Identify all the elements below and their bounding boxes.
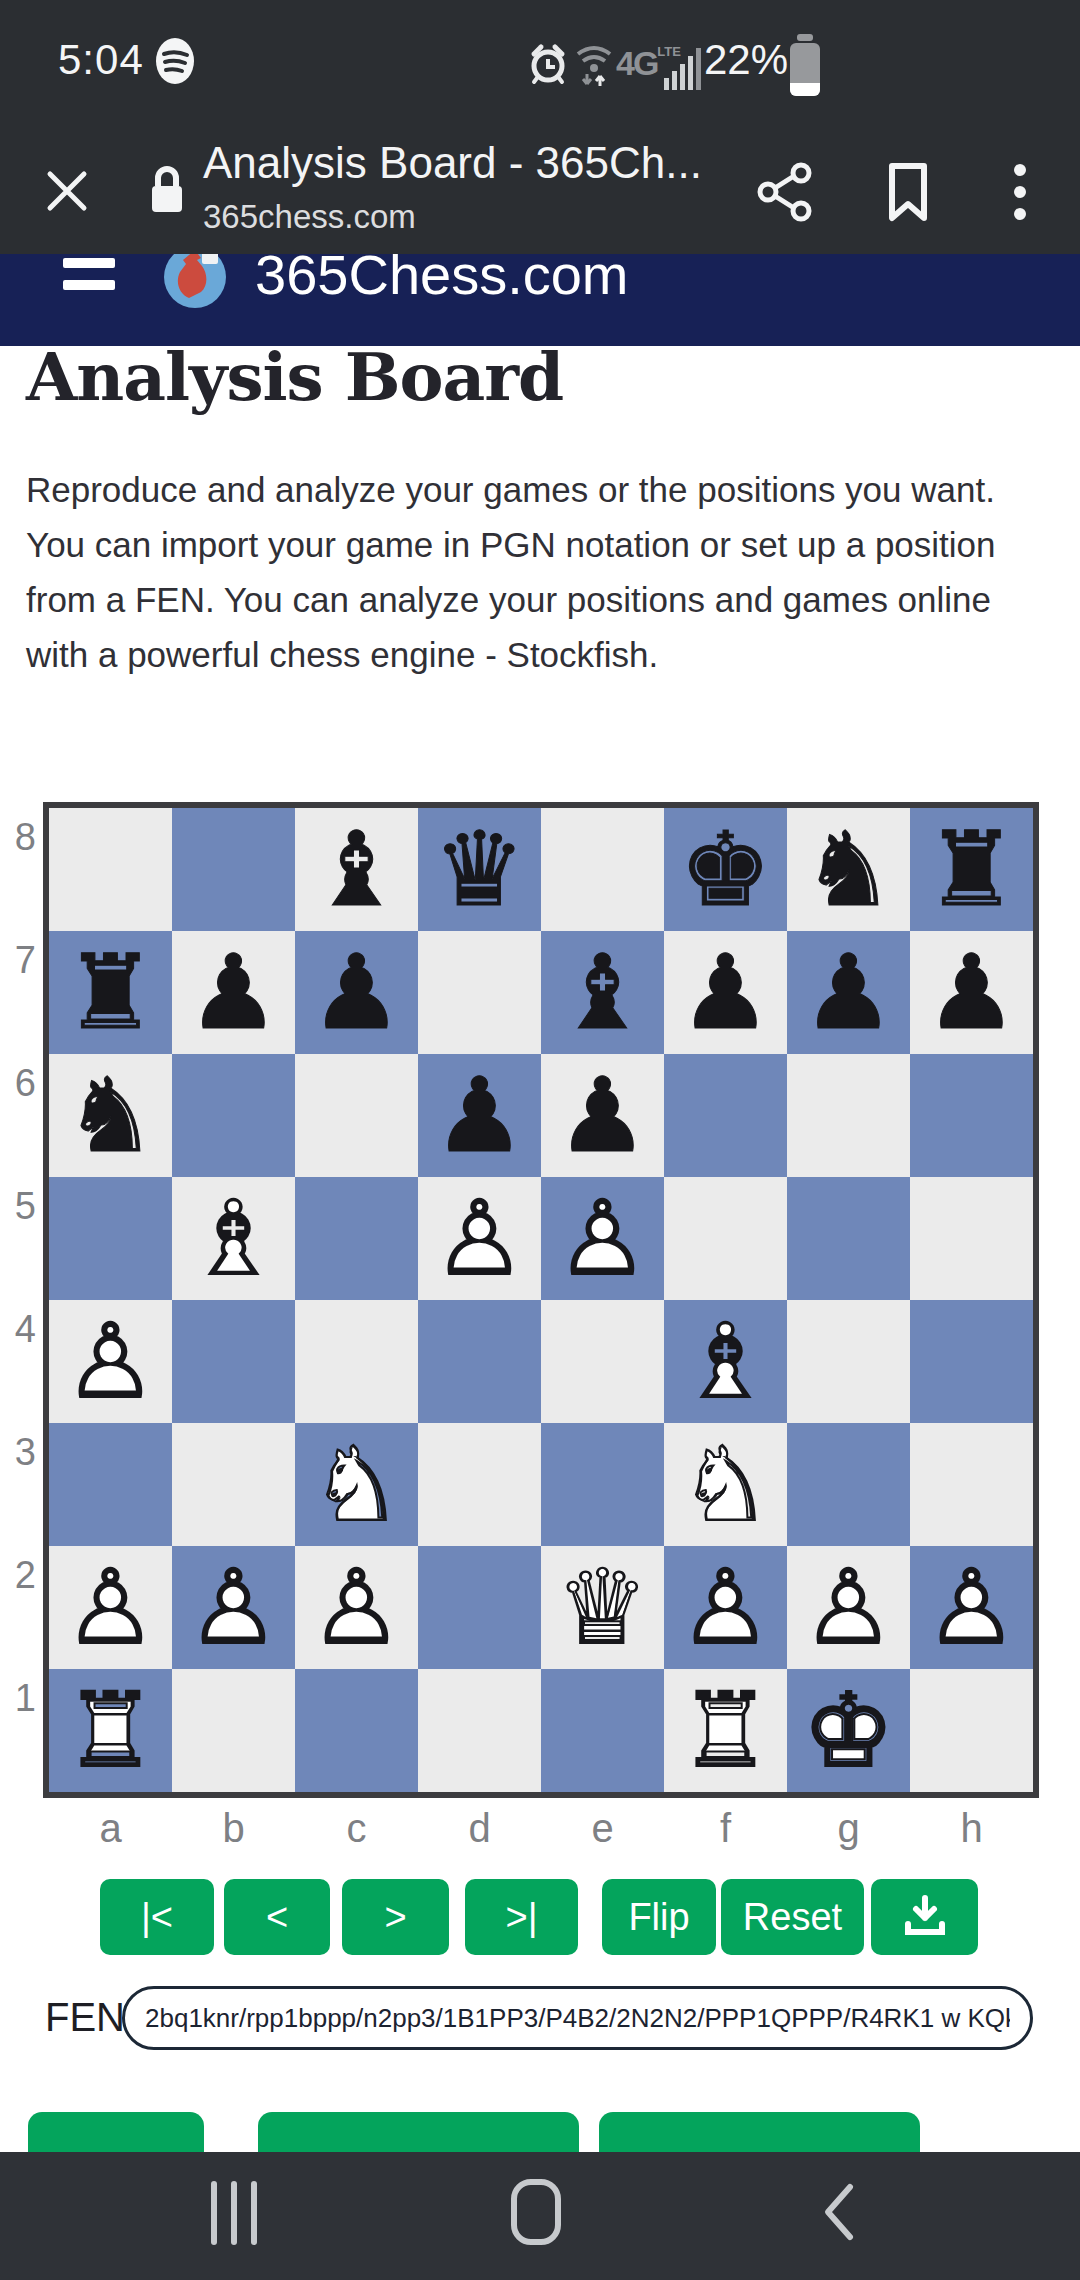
square-f5[interactable] <box>664 1177 787 1300</box>
square-a5[interactable] <box>49 1177 172 1300</box>
alarm-icon <box>528 40 568 86</box>
square-d2[interactable] <box>418 1546 541 1669</box>
square-g3[interactable] <box>787 1423 910 1546</box>
square-b4[interactable] <box>172 1300 295 1423</box>
battery-icon <box>790 34 820 96</box>
site-header: 365Chess.com <box>0 254 1080 346</box>
square-h3[interactable] <box>910 1423 1033 1546</box>
piece-white-knight[interactable]: ♞♘ <box>664 1423 787 1546</box>
rank-label-8: 8 <box>0 808 36 931</box>
piece-black-rook[interactable]: ♜ <box>49 931 172 1054</box>
square-h8[interactable]: ♜ <box>910 808 1033 931</box>
square-c5[interactable] <box>295 1177 418 1300</box>
square-g1[interactable]: ♚♔ <box>787 1669 910 1792</box>
square-f1[interactable]: ♜♖ <box>664 1669 787 1792</box>
rank-label-5: 5 <box>0 1177 36 1300</box>
square-e4[interactable] <box>541 1300 664 1423</box>
square-b6[interactable] <box>172 1054 295 1177</box>
fen-input[interactable] <box>122 1986 1033 2050</box>
square-h7[interactable]: ♟ <box>910 931 1033 1054</box>
square-g6[interactable] <box>787 1054 910 1177</box>
square-c3[interactable]: ♞♘ <box>295 1423 418 1546</box>
piece-black-king[interactable]: ♚ <box>664 808 787 931</box>
browser-toolbar: Analysis Board - 365Ch... 365chess.com <box>0 130 1080 254</box>
square-f3[interactable]: ♞♘ <box>664 1423 787 1546</box>
square-c6[interactable] <box>295 1054 418 1177</box>
square-f7[interactable]: ♟ <box>664 931 787 1054</box>
square-e5[interactable]: ♟♙ <box>541 1177 664 1300</box>
android-nav-bar <box>0 2152 1080 2280</box>
rank-label-1: 1 <box>0 1669 36 1792</box>
home-icon[interactable] <box>511 2179 561 2245</box>
browser-url: 365chess.com <box>203 198 416 236</box>
square-c1[interactable] <box>295 1669 418 1792</box>
square-d7[interactable] <box>418 931 541 1054</box>
square-h5[interactable] <box>910 1177 1033 1300</box>
square-e2[interactable]: ♛♕ <box>541 1546 664 1669</box>
square-e7[interactable]: ♝ <box>541 931 664 1054</box>
square-g8[interactable]: ♞ <box>787 808 910 931</box>
piece-white-knight[interactable]: ♞♘ <box>295 1423 418 1546</box>
square-c7[interactable]: ♟ <box>295 931 418 1054</box>
piece-white-bishop[interactable]: ♝♗ <box>172 1177 295 1300</box>
board-controls: |<<>>|FlipReset <box>100 1879 978 1955</box>
square-f2[interactable]: ♟♙ <box>664 1546 787 1669</box>
spotify-icon <box>152 38 198 84</box>
square-a6[interactable]: ♞ <box>49 1054 172 1177</box>
piece-black-bishop[interactable]: ♝ <box>295 808 418 931</box>
recents-icon[interactable] <box>211 2181 257 2245</box>
overflow-menu-icon[interactable] <box>1005 162 1035 222</box>
piece-black-pawn[interactable]: ♟ <box>541 1054 664 1177</box>
battery-percent: 22% <box>704 36 788 84</box>
rank-labels: 87654321 <box>0 808 36 1792</box>
site-logo-icon[interactable] <box>162 254 228 310</box>
piece-black-queen[interactable]: ♛ <box>418 808 541 931</box>
square-e6[interactable]: ♟ <box>541 1054 664 1177</box>
piece-white-rook[interactable]: ♜♖ <box>664 1669 787 1792</box>
share-icon[interactable] <box>756 162 816 222</box>
square-h2[interactable]: ♟♙ <box>910 1546 1033 1669</box>
piece-black-bishop[interactable]: ♝ <box>541 931 664 1054</box>
partial-button-3[interactable] <box>599 2112 920 2152</box>
partial-button-2[interactable] <box>258 2112 579 2152</box>
piece-white-king[interactable]: ♚♔ <box>787 1669 910 1792</box>
hamburger-menu-icon[interactable] <box>63 256 115 296</box>
piece-white-pawn[interactable]: ♟♙ <box>418 1177 541 1300</box>
rank-label-2: 2 <box>0 1546 36 1669</box>
step-forward-button[interactable]: > <box>342 1879 449 1955</box>
back-icon[interactable] <box>818 2181 858 2243</box>
piece-white-pawn[interactable]: ♟♙ <box>295 1546 418 1669</box>
status-clock: 5:04 <box>58 36 144 84</box>
chess-board: ♝♛♚♞♜♜♟♟♝♟♟♟♞♟♟♝♗♟♙♟♙♟♙♝♗♞♘♞♘♟♙♟♙♟♙♛♕♟♙♟… <box>49 808 1033 1792</box>
file-label-c: c <box>295 1806 418 1851</box>
square-h1[interactable] <box>910 1669 1033 1792</box>
go-start-button[interactable]: |< <box>100 1879 214 1955</box>
square-d8[interactable]: ♛ <box>418 808 541 931</box>
piece-white-pawn[interactable]: ♟♙ <box>787 1546 910 1669</box>
piece-white-pawn[interactable]: ♟♙ <box>49 1300 172 1423</box>
file-label-b: b <box>172 1806 295 1851</box>
square-f4[interactable]: ♝♗ <box>664 1300 787 1423</box>
file-labels: abcdefgh <box>49 1806 1033 1851</box>
square-b3[interactable] <box>172 1423 295 1546</box>
square-a4[interactable]: ♟♙ <box>49 1300 172 1423</box>
signal-icon <box>664 44 704 90</box>
piece-white-queen[interactable]: ♛♕ <box>541 1546 664 1669</box>
square-a1[interactable]: ♜♖ <box>49 1669 172 1792</box>
piece-black-pawn[interactable]: ♟ <box>418 1054 541 1177</box>
rank-label-6: 6 <box>0 1054 36 1177</box>
square-b5[interactable]: ♝♗ <box>172 1177 295 1300</box>
step-back-button[interactable]: < <box>224 1879 330 1955</box>
square-d1[interactable] <box>418 1669 541 1792</box>
piece-black-knight[interactable]: ♞ <box>787 808 910 931</box>
piece-white-bishop[interactable]: ♝♗ <box>664 1300 787 1423</box>
square-f8[interactable]: ♚ <box>664 808 787 931</box>
square-d6[interactable]: ♟ <box>418 1054 541 1177</box>
square-a7[interactable]: ♜ <box>49 931 172 1054</box>
square-g4[interactable] <box>787 1300 910 1423</box>
piece-black-rook[interactable]: ♜ <box>910 808 1033 931</box>
status-bar: 5:04 4GLTE <box>0 0 1080 130</box>
site-brand[interactable]: 365Chess.com <box>255 254 629 307</box>
square-c8[interactable]: ♝ <box>295 808 418 931</box>
rank-label-4: 4 <box>0 1300 36 1423</box>
piece-black-pawn[interactable]: ♟ <box>664 931 787 1054</box>
file-label-a: a <box>49 1806 172 1851</box>
file-label-d: d <box>418 1806 541 1851</box>
phone-screen: 5:04 4GLTE <box>0 0 1080 2280</box>
lock-icon[interactable] <box>146 162 188 218</box>
square-d4[interactable] <box>418 1300 541 1423</box>
square-g5[interactable] <box>787 1177 910 1300</box>
browser-page-title: Analysis Board - 365Ch... <box>203 138 763 188</box>
square-d5[interactable]: ♟♙ <box>418 1177 541 1300</box>
piece-white-pawn[interactable]: ♟♙ <box>910 1546 1033 1669</box>
wifi-icon <box>574 40 614 90</box>
partial-button-1[interactable] <box>28 2112 204 2152</box>
piece-white-pawn[interactable]: ♟♙ <box>172 1546 295 1669</box>
piece-white-pawn[interactable]: ♟♙ <box>49 1546 172 1669</box>
square-b2[interactable]: ♟♙ <box>172 1546 295 1669</box>
square-e8[interactable] <box>541 808 664 931</box>
piece-black-pawn[interactable]: ♟ <box>787 931 910 1054</box>
square-c2[interactable]: ♟♙ <box>295 1546 418 1669</box>
bookmark-icon[interactable] <box>882 160 934 224</box>
square-c4[interactable] <box>295 1300 418 1423</box>
download-button[interactable] <box>871 1879 978 1955</box>
reset-button[interactable]: Reset <box>721 1879 864 1955</box>
rank-label-7: 7 <box>0 931 36 1054</box>
piece-black-pawn[interactable]: ♟ <box>295 931 418 1054</box>
rank-label-3: 3 <box>0 1423 36 1546</box>
go-end-button[interactable]: >| <box>465 1879 578 1955</box>
close-icon[interactable] <box>42 166 92 216</box>
file-label-g: g <box>787 1806 910 1851</box>
file-label-f: f <box>664 1806 787 1851</box>
square-h4[interactable] <box>910 1300 1033 1423</box>
square-f6[interactable] <box>664 1054 787 1177</box>
square-e1[interactable] <box>541 1669 664 1792</box>
page-title: Analysis Board <box>26 338 563 416</box>
square-d3[interactable] <box>418 1423 541 1546</box>
file-label-h: h <box>910 1806 1033 1851</box>
page-description: Reproduce and analyze your games or the … <box>26 462 1026 682</box>
square-a2[interactable]: ♟♙ <box>49 1546 172 1669</box>
piece-black-pawn[interactable]: ♟ <box>910 931 1033 1054</box>
square-h6[interactable] <box>910 1054 1033 1177</box>
fen-label: FEN <box>45 1995 125 2040</box>
piece-white-rook[interactable]: ♜♖ <box>49 1669 172 1792</box>
square-e3[interactable] <box>541 1423 664 1546</box>
piece-white-pawn[interactable]: ♟♙ <box>541 1177 664 1300</box>
square-g7[interactable]: ♟ <box>787 931 910 1054</box>
file-label-e: e <box>541 1806 664 1851</box>
square-a3[interactable] <box>49 1423 172 1546</box>
flip-button[interactable]: Flip <box>602 1879 716 1955</box>
square-g2[interactable]: ♟♙ <box>787 1546 910 1669</box>
square-a8[interactable] <box>49 808 172 931</box>
square-b1[interactable] <box>172 1669 295 1792</box>
piece-black-pawn[interactable]: ♟ <box>172 931 295 1054</box>
piece-black-knight[interactable]: ♞ <box>49 1054 172 1177</box>
piece-white-pawn[interactable]: ♟♙ <box>664 1546 787 1669</box>
square-b7[interactable]: ♟ <box>172 931 295 1054</box>
chess-board-frame: ♝♛♚♞♜♜♟♟♝♟♟♟♞♟♟♝♗♟♙♟♙♟♙♝♗♞♘♞♘♟♙♟♙♟♙♛♕♟♙♟… <box>43 802 1039 1798</box>
download-icon <box>902 1894 948 1940</box>
square-b8[interactable] <box>172 808 295 931</box>
